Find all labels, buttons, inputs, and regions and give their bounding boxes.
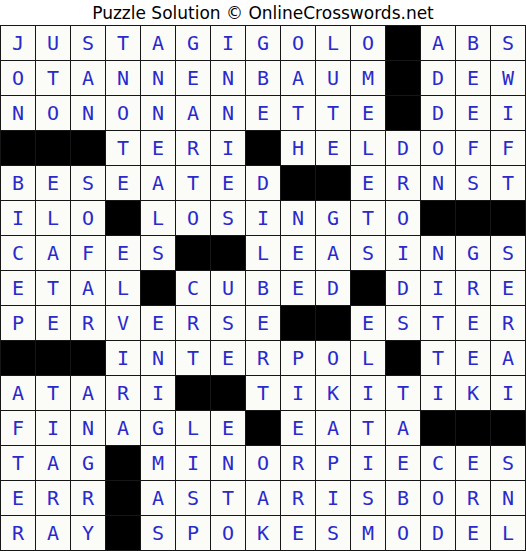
letter-cell: D — [316, 271, 351, 306]
letter-cell: L — [141, 201, 176, 236]
letter-cell: N — [491, 481, 526, 516]
letter-cell: N — [211, 446, 246, 481]
letter-cell: I — [316, 481, 351, 516]
letter-cell: E — [281, 516, 316, 551]
letter-cell: Y — [71, 516, 106, 551]
letter-cell: K — [246, 516, 281, 551]
letter-cell: E — [211, 166, 246, 201]
letter-cell: R — [71, 306, 106, 341]
letter-cell: T — [421, 341, 456, 376]
letter-cell: D — [421, 516, 456, 551]
black-cell — [176, 236, 211, 271]
letter-cell: T — [176, 341, 211, 376]
black-cell — [106, 516, 141, 551]
letter-cell: C — [421, 446, 456, 481]
letter-cell: O — [246, 446, 281, 481]
letter-cell: R — [106, 376, 141, 411]
letter-cell: T — [421, 306, 456, 341]
letter-cell: R — [36, 481, 71, 516]
letter-cell: L — [36, 201, 71, 236]
letter-cell: T — [246, 376, 281, 411]
letter-cell: K — [316, 376, 351, 411]
letter-cell: E — [211, 411, 246, 446]
letter-cell: O — [71, 201, 106, 236]
letter-cell: I — [246, 201, 281, 236]
letter-cell: R — [456, 271, 491, 306]
letter-cell: E — [141, 306, 176, 341]
letter-cell: N — [421, 166, 456, 201]
letter-cell: K — [456, 376, 491, 411]
letter-cell: W — [491, 61, 526, 96]
black-cell — [1, 131, 36, 166]
letter-cell: P — [176, 516, 211, 551]
letter-cell: O — [281, 26, 316, 61]
letter-cell: E — [351, 96, 386, 131]
letter-cell: T — [316, 96, 351, 131]
letter-cell: E — [246, 96, 281, 131]
letter-cell: E — [456, 61, 491, 96]
black-cell — [421, 411, 456, 446]
letter-cell: N — [141, 61, 176, 96]
letter-cell: A — [141, 26, 176, 61]
black-cell — [456, 201, 491, 236]
black-cell — [106, 446, 141, 481]
black-cell — [176, 376, 211, 411]
black-cell — [386, 96, 421, 131]
black-cell — [316, 306, 351, 341]
letter-cell: A — [176, 96, 211, 131]
letter-cell: O — [176, 201, 211, 236]
letter-cell: A — [36, 236, 71, 271]
letter-cell: N — [281, 201, 316, 236]
letter-cell: S — [491, 446, 526, 481]
letter-cell: E — [386, 446, 421, 481]
letter-cell: T — [351, 201, 386, 236]
letter-cell: E — [456, 306, 491, 341]
letter-cell: D — [246, 166, 281, 201]
letter-cell: G — [141, 411, 176, 446]
letter-cell: S — [386, 306, 421, 341]
letter-cell: D — [386, 271, 421, 306]
letter-cell: S — [351, 481, 386, 516]
letter-cell: S — [176, 481, 211, 516]
letter-cell: A — [71, 271, 106, 306]
letter-cell: C — [176, 271, 211, 306]
black-cell — [316, 166, 351, 201]
letter-cell: O — [421, 481, 456, 516]
letter-cell: A — [1, 376, 36, 411]
letter-cell: A — [106, 411, 141, 446]
letter-cell: A — [141, 166, 176, 201]
black-cell — [141, 271, 176, 306]
letter-cell: T — [36, 61, 71, 96]
letter-cell: E — [351, 166, 386, 201]
letter-cell: N — [106, 61, 141, 96]
black-cell — [281, 306, 316, 341]
letter-cell: U — [211, 271, 246, 306]
letter-cell: I — [106, 341, 141, 376]
black-cell — [211, 236, 246, 271]
letter-cell: I — [281, 376, 316, 411]
black-cell — [36, 131, 71, 166]
black-cell — [456, 411, 491, 446]
letter-cell: O — [1, 61, 36, 96]
black-cell — [71, 131, 106, 166]
letter-cell: A — [246, 481, 281, 516]
letter-cell: E — [491, 271, 526, 306]
letter-cell: P — [281, 341, 316, 376]
letter-cell: I — [211, 26, 246, 61]
letter-cell: A — [71, 376, 106, 411]
letter-cell: M — [141, 446, 176, 481]
letter-cell: D — [421, 61, 456, 96]
letter-cell: O — [36, 96, 71, 131]
black-cell — [386, 341, 421, 376]
letter-cell: T — [176, 166, 211, 201]
letter-cell: B — [1, 166, 36, 201]
letter-cell: T — [491, 166, 526, 201]
letter-cell: I — [211, 131, 246, 166]
letter-cell: T — [1, 446, 36, 481]
letter-cell: B — [246, 61, 281, 96]
letter-cell: E — [456, 446, 491, 481]
letter-cell: C — [1, 236, 36, 271]
letter-cell: R — [176, 306, 211, 341]
letter-cell: R — [176, 131, 211, 166]
letter-cell: O — [106, 96, 141, 131]
letter-cell: R — [456, 481, 491, 516]
letter-cell: S — [141, 236, 176, 271]
letter-cell: I — [491, 376, 526, 411]
letter-cell: E — [456, 516, 491, 551]
letter-cell: I — [1, 201, 36, 236]
letter-cell: O — [211, 516, 246, 551]
letter-cell: O — [351, 26, 386, 61]
letter-cell: I — [421, 271, 456, 306]
letter-cell: S — [211, 306, 246, 341]
letter-cell: M — [351, 61, 386, 96]
letter-cell: R — [491, 306, 526, 341]
black-cell — [386, 26, 421, 61]
letter-cell: E — [281, 411, 316, 446]
black-cell — [211, 376, 246, 411]
letter-cell: O — [386, 516, 421, 551]
black-cell — [106, 481, 141, 516]
letter-cell: S — [351, 236, 386, 271]
letter-cell: P — [316, 446, 351, 481]
letter-cell: E — [141, 131, 176, 166]
letter-cell: I — [351, 446, 386, 481]
black-cell — [1, 341, 36, 376]
letter-cell: O — [316, 341, 351, 376]
letter-cell: D — [421, 96, 456, 131]
letter-cell: F — [71, 236, 106, 271]
letter-cell: U — [36, 26, 71, 61]
letter-cell: E — [106, 166, 141, 201]
letter-cell: T — [281, 96, 316, 131]
letter-cell: N — [211, 96, 246, 131]
letter-cell: N — [211, 61, 246, 96]
letter-cell: L — [176, 411, 211, 446]
letter-cell: S — [316, 516, 351, 551]
letter-cell: L — [351, 131, 386, 166]
crossword-solution-page: Puzzle Solution © OnlineCrosswords.net J… — [0, 0, 526, 551]
letter-cell: G — [176, 26, 211, 61]
letter-cell: N — [71, 96, 106, 131]
letter-cell: L — [491, 516, 526, 551]
letter-cell: G — [456, 236, 491, 271]
letter-cell: T — [386, 376, 421, 411]
letter-cell: G — [316, 201, 351, 236]
letter-cell: T — [106, 131, 141, 166]
letter-cell: E — [106, 236, 141, 271]
letter-cell: U — [316, 61, 351, 96]
letter-cell: N — [71, 411, 106, 446]
letter-cell: H — [281, 131, 316, 166]
black-cell — [36, 341, 71, 376]
letter-cell: B — [246, 271, 281, 306]
letter-cell: B — [456, 26, 491, 61]
letter-cell: R — [71, 481, 106, 516]
black-cell — [386, 61, 421, 96]
black-cell — [246, 411, 281, 446]
letter-cell: O — [386, 201, 421, 236]
letter-cell: S — [491, 26, 526, 61]
letter-cell: E — [281, 236, 316, 271]
letter-cell: D — [386, 131, 421, 166]
letter-cell: V — [106, 306, 141, 341]
letter-cell: G — [246, 26, 281, 61]
letter-cell: N — [1, 96, 36, 131]
letter-cell: S — [141, 516, 176, 551]
letter-cell: G — [71, 446, 106, 481]
letter-cell: F — [491, 131, 526, 166]
letter-cell: S — [456, 166, 491, 201]
black-cell — [491, 201, 526, 236]
letter-cell: S — [71, 166, 106, 201]
letter-cell: N — [421, 236, 456, 271]
letter-cell: A — [386, 411, 421, 446]
letter-cell: R — [281, 446, 316, 481]
letter-cell: E — [316, 131, 351, 166]
letter-cell: S — [211, 201, 246, 236]
letter-cell: E — [456, 96, 491, 131]
letter-cell: P — [1, 306, 36, 341]
letter-cell: F — [456, 131, 491, 166]
letter-cell: I — [491, 96, 526, 131]
letter-cell: A — [491, 341, 526, 376]
letter-cell: T — [211, 481, 246, 516]
letter-cell: E — [36, 166, 71, 201]
letter-cell: T — [36, 376, 71, 411]
letter-cell: T — [106, 26, 141, 61]
black-cell — [246, 131, 281, 166]
letter-cell: R — [281, 481, 316, 516]
letter-cell: L — [246, 236, 281, 271]
letter-cell: M — [351, 516, 386, 551]
letter-cell: E — [281, 271, 316, 306]
letter-cell: N — [141, 341, 176, 376]
letter-cell: F — [1, 411, 36, 446]
letter-cell: A — [36, 516, 71, 551]
black-cell — [106, 201, 141, 236]
letter-cell: E — [176, 61, 211, 96]
letter-cell: A — [36, 446, 71, 481]
letter-cell: A — [71, 61, 106, 96]
letter-cell: E — [351, 306, 386, 341]
letter-cell: I — [141, 376, 176, 411]
letter-cell: A — [316, 236, 351, 271]
black-cell — [71, 341, 106, 376]
letter-cell: S — [491, 236, 526, 271]
letter-cell: I — [351, 376, 386, 411]
letter-cell: E — [1, 271, 36, 306]
letter-cell: E — [456, 341, 491, 376]
letter-cell: O — [421, 131, 456, 166]
letter-cell: A — [316, 411, 351, 446]
letter-cell: I — [386, 236, 421, 271]
letter-cell: R — [386, 166, 421, 201]
letter-cell: B — [386, 481, 421, 516]
letter-cell: A — [281, 61, 316, 96]
letter-cell: J — [1, 26, 36, 61]
letter-cell: L — [351, 341, 386, 376]
letter-cell: E — [36, 306, 71, 341]
letter-cell: T — [36, 271, 71, 306]
letter-cell: L — [106, 271, 141, 306]
crossword-grid: JUSTAGIGOLOABSOTANNENBAUMDEWNONONANETTED… — [0, 25, 526, 551]
letter-cell: R — [1, 516, 36, 551]
black-cell — [421, 201, 456, 236]
letter-cell: S — [71, 26, 106, 61]
page-title: Puzzle Solution © OnlineCrosswords.net — [0, 0, 526, 25]
black-cell — [351, 271, 386, 306]
letter-cell: A — [421, 26, 456, 61]
letter-cell: L — [316, 26, 351, 61]
letter-cell: I — [421, 376, 456, 411]
letter-cell: E — [246, 306, 281, 341]
letter-cell: E — [1, 481, 36, 516]
black-cell — [281, 166, 316, 201]
letter-cell: I — [36, 411, 71, 446]
letter-cell: T — [351, 411, 386, 446]
letter-cell: A — [141, 481, 176, 516]
letter-cell: I — [176, 446, 211, 481]
black-cell — [491, 411, 526, 446]
letter-cell: R — [246, 341, 281, 376]
letter-cell: N — [141, 96, 176, 131]
letter-cell: E — [211, 341, 246, 376]
